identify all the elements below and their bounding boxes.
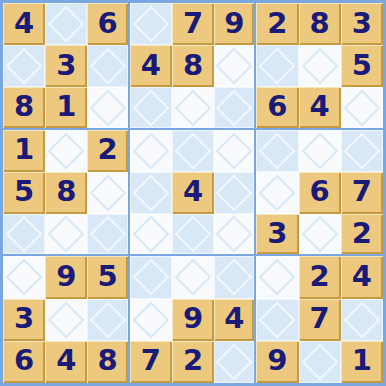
cell-r9c7: 9: [256, 341, 298, 383]
cell-r6c3[interactable]: [87, 214, 129, 256]
cell-r9c2: 4: [45, 341, 87, 383]
cell-r8c3[interactable]: [87, 299, 129, 341]
diamond-icon: [89, 48, 126, 85]
diamond-icon: [259, 175, 296, 212]
cell-r1c9: 3: [341, 3, 383, 45]
cell-r6c4[interactable]: [130, 214, 172, 256]
cell-r6c9: 2: [341, 214, 383, 256]
given-digit: 8: [97, 346, 117, 375]
cell-r9c3: 8: [87, 341, 129, 383]
diamond-icon: [301, 132, 338, 169]
cell-r7c1[interactable]: [3, 256, 45, 298]
diamond-icon: [175, 216, 212, 253]
cell-r2c5: 8: [172, 45, 214, 87]
given-digit: 4: [141, 51, 161, 80]
cell-r5c1: 5: [3, 172, 45, 214]
diamond-icon: [175, 259, 212, 296]
given-digit: 2: [310, 262, 330, 291]
diamond-icon: [259, 48, 296, 85]
cell-r5c6[interactable]: [214, 172, 256, 214]
given-digit: 7: [141, 346, 161, 375]
diamond-icon: [89, 175, 126, 212]
cell-r3c3[interactable]: [87, 87, 129, 129]
cell-r4c2[interactable]: [45, 130, 87, 172]
cell-r4c5[interactable]: [172, 130, 214, 172]
cell-r1c7: 2: [256, 3, 298, 45]
diamond-icon: [89, 89, 126, 126]
cell-r1c6: 9: [214, 3, 256, 45]
given-digit: 6: [267, 92, 287, 121]
cell-r7c4[interactable]: [130, 256, 172, 298]
cell-r8c5: 9: [172, 299, 214, 341]
cell-r6c2[interactable]: [45, 214, 87, 256]
given-digit: 4: [14, 9, 34, 38]
diamond-icon: [343, 132, 380, 169]
given-digit: 9: [267, 346, 287, 375]
cell-r3c5[interactable]: [172, 87, 214, 129]
given-digit: 4: [224, 304, 244, 333]
cell-r5c2: 8: [45, 172, 87, 214]
diamond-icon: [132, 175, 169, 212]
diamond-icon: [48, 6, 85, 43]
cell-r2c8[interactable]: [299, 45, 341, 87]
cell-r9c9: 1: [341, 341, 383, 383]
cell-r7c3: 5: [87, 256, 129, 298]
diamond-icon: [259, 259, 296, 296]
given-digit: 1: [352, 346, 372, 375]
diamond-icon: [48, 301, 85, 338]
cell-r7c5[interactable]: [172, 256, 214, 298]
diamond-icon: [132, 132, 169, 169]
diamond-icon: [132, 216, 169, 253]
diamond-icon: [89, 301, 126, 338]
cell-r8c6: 4: [214, 299, 256, 341]
cell-r5c5: 4: [172, 172, 214, 214]
diamond-icon: [216, 216, 253, 253]
given-digit: 2: [352, 219, 372, 248]
diamond-icon: [6, 216, 43, 253]
cell-r5c9: 7: [341, 172, 383, 214]
diamond-icon: [216, 48, 253, 85]
sudoku-board: 467928334858164125846732952439476487291: [0, 0, 386, 386]
diamond-icon: [48, 132, 85, 169]
cell-r6c5[interactable]: [172, 214, 214, 256]
cell-r8c4[interactable]: [130, 299, 172, 341]
cell-r1c5: 7: [172, 3, 214, 45]
diamond-icon: [216, 175, 253, 212]
cell-r6c6[interactable]: [214, 214, 256, 256]
given-digit: 6: [310, 177, 330, 206]
cell-r3c7: 6: [256, 87, 298, 129]
cell-r3c2: 1: [45, 87, 87, 129]
cell-r6c7: 3: [256, 214, 298, 256]
given-digit: 4: [56, 346, 76, 375]
diamond-icon: [216, 259, 253, 296]
cell-r9c4: 7: [130, 341, 172, 383]
diamond-icon: [132, 259, 169, 296]
cell-r4c7[interactable]: [256, 130, 298, 172]
given-digit: 2: [183, 346, 203, 375]
cell-r3c6[interactable]: [214, 87, 256, 129]
diamond-icon: [301, 48, 338, 85]
cell-r7c2: 9: [45, 256, 87, 298]
given-digit: 8: [183, 51, 203, 80]
cell-r4c3: 2: [87, 130, 129, 172]
cell-r6c1[interactable]: [3, 214, 45, 256]
given-digit: 9: [56, 262, 76, 291]
given-digit: 6: [97, 9, 117, 38]
given-digit: 8: [310, 9, 330, 38]
cell-r2c9: 5: [341, 45, 383, 87]
cell-r2c3[interactable]: [87, 45, 129, 87]
cell-r5c8: 6: [299, 172, 341, 214]
cell-r3c8: 4: [299, 87, 341, 129]
cell-r3c9[interactable]: [341, 87, 383, 129]
given-digit: 5: [97, 262, 117, 291]
cell-r8c8: 7: [299, 299, 341, 341]
diamond-icon: [132, 89, 169, 126]
given-digit: 3: [14, 304, 34, 333]
given-digit: 5: [14, 177, 34, 206]
given-digit: 4: [183, 177, 203, 206]
diamond-icon: [48, 216, 85, 253]
given-digit: 7: [183, 9, 203, 38]
cell-r1c2[interactable]: [45, 3, 87, 45]
cell-r7c9: 4: [341, 256, 383, 298]
cell-r3c4[interactable]: [130, 87, 172, 129]
diamond-icon: [175, 89, 212, 126]
given-digit: 3: [56, 51, 76, 80]
given-digit: 7: [310, 304, 330, 333]
cell-r9c1: 6: [3, 341, 45, 383]
cell-r8c9[interactable]: [341, 299, 383, 341]
given-digit: 2: [97, 135, 117, 164]
diamond-icon: [259, 301, 296, 338]
diamond-icon: [343, 89, 380, 126]
diamond-icon: [216, 132, 253, 169]
given-digit: 9: [183, 304, 203, 333]
diamond-icon: [216, 343, 253, 380]
cell-r4c6[interactable]: [214, 130, 256, 172]
cell-r6c8[interactable]: [299, 214, 341, 256]
cell-r8c1: 3: [3, 299, 45, 341]
cell-r2c1[interactable]: [3, 45, 45, 87]
cell-r4c1: 1: [3, 130, 45, 172]
cell-r2c7[interactable]: [256, 45, 298, 87]
cell-r5c7[interactable]: [256, 172, 298, 214]
cell-r8c7[interactable]: [256, 299, 298, 341]
cell-r9c6[interactable]: [214, 341, 256, 383]
cell-r2c2: 3: [45, 45, 87, 87]
given-digit: 1: [56, 92, 76, 121]
cell-r4c4[interactable]: [130, 130, 172, 172]
cell-r5c3[interactable]: [87, 172, 129, 214]
cell-r7c6[interactable]: [214, 256, 256, 298]
cell-r4c9[interactable]: [341, 130, 383, 172]
diamond-icon: [132, 6, 169, 43]
given-digit: 1: [14, 135, 34, 164]
diamond-icon: [216, 89, 253, 126]
given-digit: 5: [352, 51, 372, 80]
diamond-icon: [89, 216, 126, 253]
cell-r3c1: 8: [3, 87, 45, 129]
diamond-icon: [301, 343, 338, 380]
cell-r1c8: 8: [299, 3, 341, 45]
diamond-icon: [259, 132, 296, 169]
given-digit: 7: [352, 177, 372, 206]
diamond-icon: [6, 48, 43, 85]
diamond-icon: [175, 132, 212, 169]
cell-r2c6[interactable]: [214, 45, 256, 87]
given-digit: 8: [14, 92, 34, 121]
given-digit: 3: [267, 219, 287, 248]
cell-r1c3: 6: [87, 3, 129, 45]
cell-r9c8[interactable]: [299, 341, 341, 383]
given-digit: 3: [352, 9, 372, 38]
given-digit: 9: [224, 9, 244, 38]
cell-r7c7[interactable]: [256, 256, 298, 298]
cell-r1c1: 4: [3, 3, 45, 45]
diamond-icon: [132, 301, 169, 338]
given-digit: 4: [352, 262, 372, 291]
diamond-icon: [343, 301, 380, 338]
cell-r9c5: 2: [172, 341, 214, 383]
diamond-icon: [6, 259, 43, 296]
cell-r4c8[interactable]: [299, 130, 341, 172]
given-digit: 6: [14, 346, 34, 375]
cell-r8c2[interactable]: [45, 299, 87, 341]
given-digit: 8: [56, 177, 76, 206]
cell-r1c4[interactable]: [130, 3, 172, 45]
cell-r7c8: 2: [299, 256, 341, 298]
cell-r2c4: 4: [130, 45, 172, 87]
given-digit: 2: [267, 9, 287, 38]
diamond-icon: [301, 216, 338, 253]
cell-r5c4[interactable]: [130, 172, 172, 214]
given-digit: 4: [310, 92, 330, 121]
